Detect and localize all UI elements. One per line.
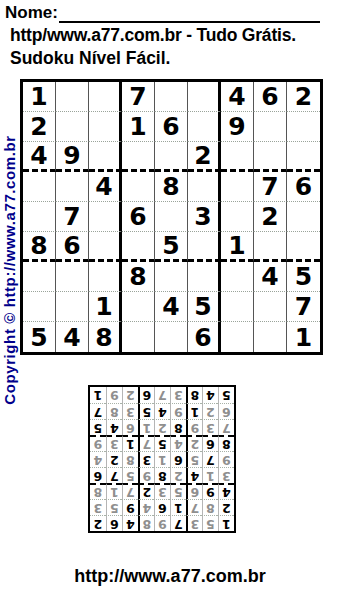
puzzle-cell-r2c8: [254, 112, 287, 142]
solution-cell-r1c7: 4: [122, 515, 138, 531]
puzzle-cell-r9c1: 5: [23, 322, 56, 352]
puzzle-cell-r9c8: [254, 322, 287, 352]
solution-cell-r6c2: 6: [202, 435, 218, 451]
puzzle-cell-r7c2: [56, 262, 89, 292]
solution-cell-r8c7: 3: [122, 403, 138, 419]
puzzle-cell-r8c3: 1: [89, 292, 122, 322]
solution-cell-r5c7: 8: [122, 451, 138, 467]
puzzle-cell-r9c4: [122, 322, 155, 352]
solution-cell-r7c1: 7: [218, 419, 234, 435]
puzzle-cell-r6c6: [188, 232, 221, 262]
solution-cell-r1c8: 6: [106, 515, 122, 531]
puzzle-cell-r6c3: [89, 232, 122, 262]
puzzle-cell-r2c1: 2: [23, 112, 56, 142]
puzzle-cell-r4c1: [23, 172, 56, 202]
site-title: http/www.a77.com.br - Tudo Grátis.: [10, 25, 296, 46]
puzzle-cell-r1c9: 2: [287, 82, 320, 112]
puzzle-cell-r1c5: [155, 82, 188, 112]
solution-cell-r2c2: 8: [202, 499, 218, 515]
puzzle-cell-r1c4: 7: [122, 82, 155, 112]
solution-cell-r9c1: 5: [218, 387, 234, 403]
puzzle-cell-r2c9: [287, 112, 320, 142]
puzzle-cell-r5c1: [23, 202, 56, 232]
puzzle-cell-r6c2: 6: [56, 232, 89, 262]
puzzle-cell-r9c2: 4: [56, 322, 89, 352]
solution-cell-r5c4: 6: [170, 451, 186, 467]
solution-cell-r5c2: 7: [202, 451, 218, 467]
solution-cell-r5c1: 9: [218, 451, 234, 467]
solution-cell-r3c7: 7: [122, 483, 138, 499]
puzzle-cell-r1c2: [56, 82, 89, 112]
puzzle-cell-r3c3: [89, 142, 122, 172]
solution-cell-r3c8: 1: [106, 483, 122, 499]
solution-cell-r5c6: 3: [138, 451, 154, 467]
solution-cell-r2c9: 3: [90, 499, 106, 515]
puzzle-cell-r6c8: [254, 232, 287, 262]
solution-cell-r7c2: 3: [202, 419, 218, 435]
solution-cell-r8c2: 2: [202, 403, 218, 419]
solution-cell-r5c9: 4: [90, 451, 106, 467]
solution-cell-r8c4: 9: [170, 403, 186, 419]
solution-cell-r9c7: 2: [122, 387, 138, 403]
puzzle-cell-r2c3: [89, 112, 122, 142]
puzzle-cell-r7c5: [155, 262, 188, 292]
puzzle-cell-r4c2: [56, 172, 89, 202]
puzzle-cell-r8c7: [221, 292, 254, 322]
solution-cell-r8c9: 7: [90, 403, 106, 419]
solution-cell-r7c5: 2: [154, 419, 170, 435]
puzzle-cell-r4c9: 6: [287, 172, 320, 202]
puzzle-cell-r3c9: [287, 142, 320, 172]
solution-cell-r2c6: 4: [138, 499, 154, 515]
solution-cell-r1c3: 3: [186, 515, 202, 531]
solution-cell-r4c9: 6: [90, 467, 106, 483]
puzzle-cell-r5c2: 7: [56, 202, 89, 232]
puzzle-cell-r2c4: 1: [122, 112, 155, 142]
puzzle-cell-r9c3: 8: [89, 322, 122, 352]
solution-cell-r4c3: 4: [186, 467, 202, 483]
puzzle-cell-r9c6: 6: [188, 322, 221, 352]
puzzle-cell-r1c7: 4: [221, 82, 254, 112]
puzzle-cell-r4c4: [122, 172, 155, 202]
solution-cell-r6c7: 1: [122, 435, 138, 451]
solution-cell-r9c4: 3: [170, 387, 186, 403]
puzzle-cell-r5c3: [89, 202, 122, 232]
puzzle-cell-r9c9: 1: [287, 322, 320, 352]
puzzle-cell-r4c6: [188, 172, 221, 202]
solution-cell-r9c5: 7: [154, 387, 170, 403]
puzzle-cell-r7c4: 8: [122, 262, 155, 292]
solution-cell-r3c4: 5: [170, 483, 186, 499]
solution-cell-r4c5: 8: [154, 467, 170, 483]
solution-cell-r4c2: 1: [202, 467, 218, 483]
puzzle-cell-r4c8: 7: [254, 172, 287, 202]
name-underline: [59, 4, 320, 23]
copyright-vertical-text: Copyright © http://www.a77.com.br: [1, 83, 18, 457]
solution-cell-r4c1: 3: [218, 467, 234, 483]
puzzle-cell-r8c1: [23, 292, 56, 322]
puzzle-cell-r1c8: 6: [254, 82, 287, 112]
puzzle-cell-r8c9: 7: [287, 292, 320, 322]
puzzle-cell-r7c1: [23, 262, 56, 292]
puzzle-cell-r3c7: [221, 142, 254, 172]
puzzle-cell-r3c5: [155, 142, 188, 172]
solution-cell-r7c4: 8: [170, 419, 186, 435]
puzzle-cell-r5c7: [221, 202, 254, 232]
solution-cell-r3c5: 3: [154, 483, 170, 499]
puzzle-cell-r3c4: [122, 142, 155, 172]
solution-cell-r2c5: 6: [154, 499, 170, 515]
puzzle-cell-r7c7: [221, 262, 254, 292]
footer-url: http://www.a77.com.br: [0, 566, 340, 587]
puzzle-cell-r3c6: 2: [188, 142, 221, 172]
solution-cell-r2c3: 7: [186, 499, 202, 515]
solution-cell-r1c4: 7: [170, 515, 186, 531]
solution-cell-r6c9: 9: [90, 435, 106, 451]
name-label: Nome:: [5, 3, 58, 23]
solution-cell-r7c3: 9: [186, 419, 202, 435]
solution-cell-r8c8: 8: [106, 403, 122, 419]
puzzle-cell-r8c4: [122, 292, 155, 322]
puzzle-cell-r3c2: 9: [56, 142, 89, 172]
solution-cell-r9c8: 9: [106, 387, 122, 403]
solution-cell-r1c2: 5: [202, 515, 218, 531]
solution-cell-r1c5: 9: [154, 515, 170, 531]
solution-cell-r2c1: 2: [218, 499, 234, 515]
solution-cell-r6c1: 8: [218, 435, 234, 451]
puzzle-cell-r7c6: [188, 262, 221, 292]
puzzle-cell-r3c1: 4: [23, 142, 56, 172]
puzzle-cell-r6c1: 8: [23, 232, 56, 262]
solution-cell-r7c8: 4: [106, 419, 122, 435]
solution-cell-r6c5: 5: [154, 435, 170, 451]
solution-cell-r3c2: 9: [202, 483, 218, 499]
solution-cell-r6c3: 2: [186, 435, 202, 451]
solution-cell-r8c3: 1: [186, 403, 202, 419]
puzzle-cell-r6c7: 1: [221, 232, 254, 262]
puzzle-cell-r7c8: 4: [254, 262, 287, 292]
puzzle-cell-r4c3: 4: [89, 172, 122, 202]
puzzle-cell-r1c3: [89, 82, 122, 112]
puzzle-cell-r2c6: [188, 112, 221, 142]
solution-cell-r8c5: 4: [154, 403, 170, 419]
puzzle-cell-r8c6: 5: [188, 292, 221, 322]
puzzle-cell-r2c5: 6: [155, 112, 188, 142]
puzzle-cell-r1c1: 1: [23, 82, 56, 112]
solution-cell-r3c1: 4: [218, 483, 234, 499]
puzzle-grid: 174622169492487676328651845145754861: [20, 79, 323, 355]
puzzle-cell-r8c5: 4: [155, 292, 188, 322]
solution-cell-r2c7: 9: [122, 499, 138, 515]
solution-cell-r9c9: 1: [90, 387, 106, 403]
puzzle-cell-r6c5: 5: [155, 232, 188, 262]
solution-cell-r9c6: 6: [138, 387, 154, 403]
puzzle-cell-r4c7: [221, 172, 254, 202]
puzzle-cell-r4c5: 8: [155, 172, 188, 202]
solution-cell-r2c4: 1: [170, 499, 186, 515]
solution-cell-r3c3: 6: [186, 483, 202, 499]
solution-cell-r2c8: 5: [106, 499, 122, 515]
solution-cell-r3c6: 2: [138, 483, 154, 499]
puzzle-cell-r8c8: [254, 292, 287, 322]
solution-cell-r5c5: 1: [154, 451, 170, 467]
puzzle-cell-r8c2: [56, 292, 89, 322]
puzzle-cell-r5c9: [287, 202, 320, 232]
puzzle-cell-r1c6: [188, 82, 221, 112]
puzzle-cell-r6c4: [122, 232, 155, 262]
puzzle-cell-r2c7: 9: [221, 112, 254, 142]
solution-cell-r4c7: 5: [122, 467, 138, 483]
puzzle-cell-r9c7: [221, 322, 254, 352]
solution-cell-r7c9: 5: [90, 419, 106, 435]
solution-cell-r1c1: 1: [218, 515, 234, 531]
solution-cell-r8c6: 5: [138, 403, 154, 419]
puzzle-level-title: Sudoku Nível Fácil.: [10, 48, 170, 69]
solution-cell-r5c8: 2: [106, 451, 122, 467]
solution-cell-r8c1: 6: [218, 403, 234, 419]
puzzle-cell-r3c8: [254, 142, 287, 172]
solution-cell-r6c8: 3: [106, 435, 122, 451]
solution-grid: 1537984622871649534965327183142895769756…: [88, 385, 236, 533]
puzzle-cell-r7c9: 5: [287, 262, 320, 292]
solution-cell-r9c3: 8: [186, 387, 202, 403]
puzzle-cell-r5c6: 3: [188, 202, 221, 232]
solution-cell-r9c2: 4: [202, 387, 218, 403]
solution-cell-r4c8: 7: [106, 467, 122, 483]
solution-cell-r6c6: 7: [138, 435, 154, 451]
puzzle-cell-r7c3: [89, 262, 122, 292]
puzzle-cell-r6c9: [287, 232, 320, 262]
solution-cell-r6c4: 4: [170, 435, 186, 451]
solution-cell-r3c9: 8: [90, 483, 106, 499]
solution-cell-r1c6: 8: [138, 515, 154, 531]
puzzle-cell-r5c5: [155, 202, 188, 232]
puzzle-cell-r5c4: 6: [122, 202, 155, 232]
puzzle-cell-r2c2: [56, 112, 89, 142]
solution-cell-r7c7: 6: [122, 419, 138, 435]
solution-cell-r5c3: 5: [186, 451, 202, 467]
solution-cell-r4c6: 9: [138, 467, 154, 483]
solution-cell-r1c9: 2: [90, 515, 106, 531]
solution-cell-r7c6: 1: [138, 419, 154, 435]
puzzle-cell-r5c8: 2: [254, 202, 287, 232]
puzzle-cell-r9c5: [155, 322, 188, 352]
solution-cell-r4c4: 2: [170, 467, 186, 483]
